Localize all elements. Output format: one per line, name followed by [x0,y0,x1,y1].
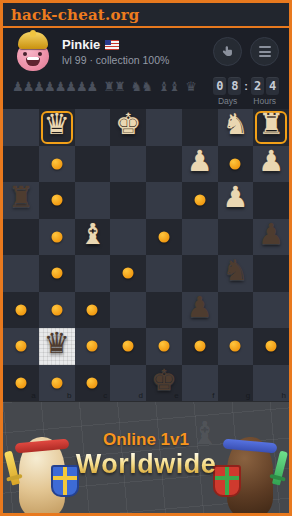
square-a4[interactable] [3,255,39,292]
white-rook[interactable]: ♜ [258,111,284,140]
black-pawn[interactable]: ♟ [187,293,213,322]
file-label-c: c [103,391,107,400]
white-pawn[interactable]: ♟ [187,147,213,176]
move-dot[interactable] [51,195,62,206]
square-h1[interactable]: h [253,365,289,402]
avatar-mouth [26,57,40,66]
square-e2[interactable] [146,328,182,365]
collection-icons: ♟♟♟♟♟♟♟♟♜♜♞♞♝♝♛ [13,80,197,93]
promo-subtitle: Worldwide [3,449,289,480]
square-b4[interactable] [39,255,75,292]
square-f2[interactable] [182,328,218,365]
move-dot[interactable] [266,341,277,352]
black-knight[interactable]: ♞ [222,257,248,286]
square-h5[interactable]: ♟ [253,219,289,256]
timer-digit: 4 [266,77,279,95]
square-d6[interactable] [110,182,146,219]
square-h3[interactable] [253,292,289,329]
menu-button[interactable] [250,37,279,66]
square-e4[interactable] [146,255,182,292]
square-c7[interactable] [75,146,111,183]
queen-icon: ♛ [185,80,197,93]
square-g5[interactable] [218,219,254,256]
avatar-helmet-crest [30,30,36,37]
file-label-f: f [212,391,214,400]
square-e8[interactable] [146,109,182,146]
square-e7[interactable] [146,146,182,183]
square-a8[interactable] [3,109,39,146]
file-label-a: a [31,391,35,400]
square-h6[interactable] [253,182,289,219]
white-queen[interactable]: ♛ [44,111,70,140]
move-dot[interactable] [15,304,26,315]
square-a6[interactable]: ♜ [3,182,39,219]
black-queen[interactable]: ♛ [44,330,70,359]
square-a5[interactable] [3,219,39,256]
promo-title: Online 1v1 [3,430,289,450]
file-label-h: h [282,391,286,400]
square-a1[interactable]: a [3,365,39,402]
square-g4[interactable]: ♞ [218,255,254,292]
us-flag-icon [105,40,119,50]
timer-label-hours: Hours [251,96,279,106]
move-dot[interactable] [158,341,169,352]
player-name: Pinkie [62,37,100,52]
square-d1[interactable]: d [110,365,146,402]
move-dot[interactable] [123,268,134,279]
square-d4[interactable] [110,255,146,292]
square-d8[interactable]: ♚ [110,109,146,146]
square-h2[interactable] [253,328,289,365]
player-subtitle: lvl 99 · collection 100% [62,54,169,66]
timer-digit: 8 [228,77,241,95]
black-rook[interactable]: ♜ [8,184,34,213]
move-dot[interactable] [51,158,62,169]
move-dot[interactable] [15,341,26,352]
file-label-e: e [174,391,178,400]
ad-banner[interactable]: hack-cheat.org [3,3,289,28]
white-knight[interactable]: ♞ [222,111,248,140]
white-pawn[interactable]: ♟ [258,147,284,176]
square-f3[interactable]: ♟ [182,292,218,329]
file-label-g: g [246,391,250,400]
knight-icon: ♞ [141,80,153,93]
hand-icon [221,45,235,59]
square-g1[interactable]: g [218,365,254,402]
square-d5[interactable] [110,219,146,256]
square-c2[interactable] [75,328,111,365]
square-g6[interactable]: ♟ [218,182,254,219]
avatar-eye [38,52,42,56]
file-label-d: d [139,391,143,400]
square-f6[interactable] [182,182,218,219]
square-c5[interactable]: ♝ [75,219,111,256]
move-dot[interactable] [87,341,98,352]
square-h4[interactable] [253,255,289,292]
move-dot[interactable] [230,341,241,352]
move-dot[interactable] [230,158,241,169]
square-g7[interactable] [218,146,254,183]
square-b1[interactable]: b [39,365,75,402]
avatar[interactable] [13,32,53,72]
collection-row: ♟♟♟♟♟♟♟♟♜♜♞♞♝♝♛ 0 8 : 2 4 Days Hours [3,75,289,109]
app-screen: { "game": "chess", "position": "1Q1K2NR/… [0,0,292,516]
white-king[interactable]: ♚ [115,111,141,140]
square-b8[interactable]: ♛ [39,109,75,146]
square-c3[interactable] [75,292,111,329]
timer-digit: 2 [251,77,264,95]
square-b6[interactable] [39,182,75,219]
move-dot[interactable] [51,231,62,242]
promo-text: Online 1v1 Worldwide [3,430,289,480]
white-bishop[interactable]: ♝ [79,220,105,249]
move-dot[interactable] [87,377,98,388]
square-c1[interactable]: c [75,365,111,402]
square-c4[interactable] [75,255,111,292]
square-e5[interactable] [146,219,182,256]
move-dot[interactable] [51,304,62,315]
bishop-icon: ♝ [169,80,181,93]
square-e1[interactable]: ♚e [146,365,182,402]
square-e6[interactable] [146,182,182,219]
timer-label-days: Days [214,96,242,106]
timer-colon: : [244,80,248,92]
online-1v1-banner[interactable]: ♝ Online 1v1 Worldwide [3,401,289,513]
move-dot[interactable] [123,341,134,352]
square-f7[interactable]: ♟ [182,146,218,183]
square-g3[interactable] [218,292,254,329]
player-header: Pinkie lvl 99 · collection 100% [3,28,289,75]
move-dot[interactable] [158,231,169,242]
black-king[interactable]: ♚ [151,366,177,395]
move-dot[interactable] [51,268,62,279]
square-b3[interactable] [39,292,75,329]
timer-digit: 0 [213,77,226,95]
square-b5[interactable] [39,219,75,256]
square-g8[interactable]: ♞ [218,109,254,146]
square-a2[interactable] [3,328,39,365]
chess-board[interactable]: ♛♚♞♜♟♟♜♟♝♟♞♟♛abcd♚efgh [3,109,289,401]
rook-icon: ♜ [114,80,126,93]
countdown-timer: 0 8 : 2 4 Days Hours [213,77,279,106]
menu-icon [259,46,271,57]
square-b2[interactable]: ♛ [39,328,75,365]
move-dot[interactable] [51,377,62,388]
square-h8[interactable]: ♜ [253,109,289,146]
square-a3[interactable] [3,292,39,329]
move-dot[interactable] [194,195,205,206]
square-f4[interactable] [182,255,218,292]
square-g2[interactable] [218,328,254,365]
black-pawn[interactable]: ♟ [258,220,284,249]
square-h7[interactable]: ♟ [253,146,289,183]
pawn-icon: ♟ [87,80,99,93]
hand-button[interactable] [213,37,242,66]
square-d3[interactable] [110,292,146,329]
move-dot[interactable] [15,377,26,388]
square-d7[interactable] [110,146,146,183]
square-d2[interactable] [110,328,146,365]
avatar-eye [23,52,27,56]
square-e3[interactable] [146,292,182,329]
player-meta: Pinkie lvl 99 · collection 100% [62,37,169,66]
file-label-b: b [67,391,71,400]
square-c6[interactable] [75,182,111,219]
square-f1[interactable]: f [182,365,218,402]
ad-banner-text: hack-cheat.org [11,6,139,24]
square-b7[interactable] [39,146,75,183]
square-f8[interactable] [182,109,218,146]
square-c8[interactable] [75,109,111,146]
square-a7[interactable] [3,146,39,183]
square-f5[interactable] [182,219,218,256]
move-dot[interactable] [194,341,205,352]
move-dot[interactable] [87,304,98,315]
white-pawn[interactable]: ♟ [222,184,248,213]
